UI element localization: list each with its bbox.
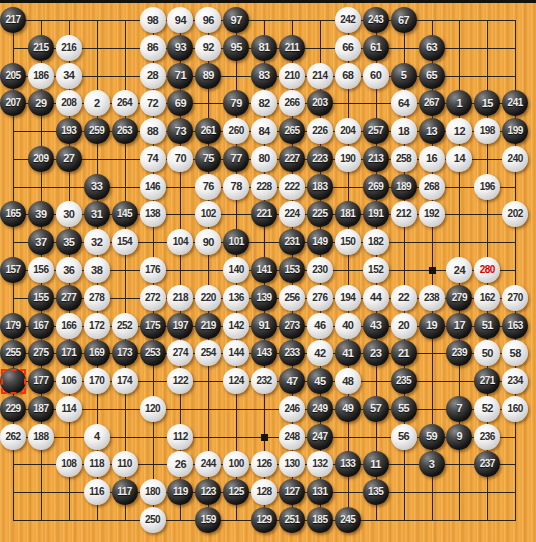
go-stone[interactable]: 76 [195,174,221,200]
go-stone[interactable]: 75 [195,146,221,172]
go-stone[interactable]: 22 [391,285,417,311]
go-stone[interactable]: 122 [167,368,193,394]
go-stone[interactable]: 274 [167,340,193,366]
go-stone[interactable]: 232 [251,368,277,394]
go-stone[interactable]: 204 [335,118,361,144]
move-number: 100 [229,459,244,469]
go-stone[interactable]: 116 [84,479,110,505]
go-stone[interactable]: 130 [279,451,305,477]
go-stone[interactable]: 141 [251,257,277,283]
move-number: 130 [284,459,299,469]
go-stone[interactable]: 83 [251,63,277,89]
go-stone[interactable]: 260 [223,118,249,144]
go-stone[interactable]: 138 [140,201,166,227]
go-stone[interactable]: 45 [307,368,333,394]
move-number: 11 [370,458,381,469]
go-stone[interactable]: 185 [307,507,333,533]
move-number: 79 [231,97,242,108]
go-stone[interactable]: 49 [335,396,361,422]
go-stone[interactable]: 74 [140,146,166,172]
go-stone[interactable]: 21 [391,340,417,366]
go-stone[interactable]: 96 [195,7,221,33]
go-stone[interactable]: 4 [84,424,110,450]
go-stone[interactable]: 32 [84,229,110,255]
go-stone[interactable]: 118 [84,451,110,477]
go-stone[interactable]: 127 [279,479,305,505]
go-stone[interactable]: 223 [307,146,333,172]
go-stone[interactable]: 112 [167,424,193,450]
go-stone[interactable]: 245 [335,507,361,533]
go-stone[interactable]: 125 [223,479,249,505]
go-stone[interactable]: 42 [307,340,333,366]
go-stone[interactable]: 153 [279,257,305,283]
go-stone[interactable]: 276 [307,285,333,311]
go-stone[interactable]: 41 [335,340,361,366]
go-stone[interactable]: 197 [167,313,193,339]
go-stone[interactable]: 139 [251,285,277,311]
move-number: 166 [61,320,76,330]
go-stone[interactable]: 167 [28,313,54,339]
move-number: 189 [396,181,411,191]
go-stone[interactable]: 81 [251,35,277,61]
go-stone[interactable]: 51 [474,313,500,339]
go-stone[interactable]: 235 [391,368,417,394]
go-stone[interactable]: 31 [84,201,110,227]
go-stone[interactable]: 247 [307,424,333,450]
go-stone[interactable]: 205 [0,63,26,89]
go-stone[interactable]: 14 [446,146,472,172]
move-number: 188 [33,431,48,441]
go-stone[interactable]: 194 [335,285,361,311]
move-number: 14 [454,153,465,164]
move-number: 106 [61,376,76,386]
go-stone[interactable]: 259 [84,118,110,144]
go-stone[interactable]: 98 [140,7,166,33]
go-stone[interactable]: 211 [279,35,305,61]
go-stone[interactable]: 176 [140,257,166,283]
go-stone[interactable]: 157 [0,257,26,283]
go-stone[interactable]: 252 [112,313,138,339]
go-stone[interactable]: 97 [223,7,249,33]
go-stone[interactable]: 20 [391,313,417,339]
go-stone[interactable]: 64 [391,90,417,116]
go-stone[interactable]: 73 [167,118,193,144]
go-stone[interactable]: 213 [363,146,389,172]
go-stone[interactable]: 145 [112,201,138,227]
go-stone[interactable]: 80 [251,146,277,172]
go-stone[interactable]: 248 [279,424,305,450]
go-stone[interactable]: 50 [474,340,500,366]
go-stone[interactable]: 255 [0,340,26,366]
go-stone[interactable]: 67 [391,7,417,33]
go-stone[interactable]: 104 [167,229,193,255]
go-stone[interactable]: 57 [363,396,389,422]
move-number: 63 [426,42,437,53]
go-stone[interactable]: 262 [0,424,26,450]
move-number: 174 [117,376,132,386]
go-stone[interactable]: 174 [112,368,138,394]
go-stone[interactable]: 93 [167,35,193,61]
go-stone[interactable]: 106 [56,368,82,394]
go-stone[interactable]: 269 [363,174,389,200]
go-stone[interactable]: 131 [307,479,333,505]
go-stone[interactable]: 69 [167,90,193,116]
go-stone[interactable]: 234 [502,368,528,394]
go-stone[interactable]: 36 [56,257,82,283]
go-stone[interactable]: 275 [28,340,54,366]
go-stone[interactable]: 257 [363,118,389,144]
go-stone[interactable]: 217 [0,7,26,33]
go-stone[interactable]: 237 [474,451,500,477]
go-stone[interactable]: 238 [419,285,445,311]
go-stone[interactable]: 278 [84,285,110,311]
move-number: 182 [368,237,383,247]
go-stone[interactable]: 267 [419,90,445,116]
go-stone[interactable]: 58 [502,340,528,366]
go-stone[interactable]: 171 [56,340,82,366]
go-stone[interactable]: 61 [363,35,389,61]
go-stone[interactable]: 253 [140,340,166,366]
go-stone[interactable]: 71 [167,63,193,89]
go-stone[interactable]: 47 [279,368,305,394]
move-number: 114 [61,403,76,413]
go-stone[interactable]: 199 [502,118,528,144]
go-stone[interactable]: 182 [363,229,389,255]
go-stone[interactable]: 186 [28,63,54,89]
go-stone[interactable]: 215 [28,35,54,61]
go-stone[interactable]: 119 [167,479,193,505]
go-stone[interactable]: 44 [363,285,389,311]
move-number: 92 [203,42,214,53]
go-stone[interactable]: 246 [279,396,305,422]
go-stone[interactable]: 12 [446,118,472,144]
go-stone[interactable]: 187 [28,396,54,422]
move-number: 193 [61,126,76,136]
go-stone[interactable]: 227 [279,146,305,172]
go-stone[interactable]: 188 [28,424,54,450]
go-stone[interactable]: 133 [335,451,361,477]
go-stone[interactable]: 48 [335,368,361,394]
go-stone[interactable]: 34 [56,63,82,89]
go-stone[interactable]: 128 [251,479,277,505]
go-stone[interactable]: 23 [363,340,389,366]
go-stone[interactable]: 129 [251,507,277,533]
go-stone[interactable]: 7 [446,396,472,422]
go-stone[interactable]: 117 [112,479,138,505]
move-number: 124 [229,376,244,386]
go-stone[interactable]: 155 [28,285,54,311]
move-number: 274 [173,348,188,358]
go-stone[interactable]: 166 [56,313,82,339]
go-stone[interactable]: 250 [140,507,166,533]
go-stone[interactable]: 28 [140,63,166,89]
go-stone[interactable]: 39 [28,201,54,227]
go-stone[interactable]: 123 [195,479,221,505]
go-stone[interactable]: 91 [251,313,277,339]
go-stone[interactable]: 172 [84,313,110,339]
go-stone[interactable]: 114 [56,396,82,422]
go-stone[interactable]: 230 [307,257,333,283]
go-stone[interactable]: 256 [279,285,305,311]
go-stone[interactable]: 273 [279,313,305,339]
go-stone[interactable]: 270 [502,285,528,311]
go-stone[interactable]: 279 [446,285,472,311]
go-stone[interactable]: 94 [167,7,193,33]
go-stone[interactable]: 196 [474,174,500,200]
move-number: 125 [229,487,244,497]
go-stone[interactable]: 90 [195,229,221,255]
go-stone[interactable]: 1 [446,90,472,116]
go-stone[interactable]: 144 [223,340,249,366]
go-stone[interactable]: 13 [419,118,445,144]
go-stone[interactable]: 236 [474,424,500,450]
move-number: 227 [284,153,299,163]
go-stone[interactable]: 149 [307,229,333,255]
go-stone[interactable]: 29 [28,90,54,116]
go-stone[interactable]: 100 [223,451,249,477]
move-number: 68 [342,70,353,81]
move-number: 77 [231,153,242,164]
go-stone[interactable]: 88 [140,118,166,144]
go-stone[interactable]: 192 [419,201,445,227]
go-stone[interactable]: 261 [195,118,221,144]
go-stone[interactable]: 18 [391,118,417,144]
move-number: 128 [257,487,272,497]
go-stone[interactable]: 79 [223,90,249,116]
go-stone[interactable]: 102 [195,201,221,227]
go-stone[interactable]: 33 [84,174,110,200]
go-stone[interactable]: 264 [112,90,138,116]
go-stone[interactable]: 216 [56,35,82,61]
go-stone[interactable]: 254 [195,340,221,366]
go-stone[interactable]: 43 [363,313,389,339]
go-stone[interactable]: 243 [363,7,389,33]
go-stone[interactable]: 183 [307,174,333,200]
go-stone[interactable]: 265 [279,118,305,144]
go-stone[interactable]: 198 [474,118,500,144]
go-stone[interactable]: 179 [0,313,26,339]
go-stone[interactable]: 66 [335,35,361,61]
move-number: 240 [508,153,523,163]
move-number: 172 [89,320,104,330]
go-stone[interactable]: 46 [307,313,333,339]
move-number: 271 [480,376,495,386]
go-stone[interactable]: 152 [363,257,389,283]
go-stone[interactable]: 140 [223,257,249,283]
go-stone[interactable]: 271 [474,368,500,394]
go-stone[interactable]: 177 [28,368,54,394]
go-stone[interactable]: 56 [391,424,417,450]
go-stone[interactable]: 173 [112,340,138,366]
go-stone[interactable]: 249 [307,396,333,422]
go-stone[interactable]: 24 [446,257,472,283]
move-number: 66 [342,42,353,53]
go-stone[interactable]: 225 [307,201,333,227]
go-stone[interactable]: 258 [391,146,417,172]
go-stone[interactable]: 142 [223,313,249,339]
go-stone[interactable]: 193 [56,118,82,144]
go-stone[interactable]: 231 [279,229,305,255]
move-number: 43 [370,320,381,331]
move-number: 64 [398,97,409,108]
go-stone[interactable]: 280 [474,257,500,283]
go-stone[interactable]: 244 [195,451,221,477]
go-stone[interactable]: 2 [84,90,110,116]
go-stone[interactable]: 175 [140,313,166,339]
go-stone[interactable]: 101 [223,229,249,255]
go-stone[interactable]: 60 [363,63,389,89]
move-number: 273 [284,320,299,330]
go-stone[interactable]: 241 [502,90,528,116]
go-stone[interactable]: 136 [223,285,249,311]
go-stone[interactable]: 266 [279,90,305,116]
move-number: 1 [457,97,463,108]
go-stone[interactable]: 17 [446,313,472,339]
move-number: 35 [63,236,74,247]
move-number: 34 [63,70,74,81]
go-stone[interactable]: 190 [335,146,361,172]
go-stone[interactable]: 180 [140,479,166,505]
go-stone[interactable]: 124 [223,368,249,394]
move-number: 149 [312,237,327,247]
go-stone[interactable]: 228 [251,174,277,200]
move-number: 78 [231,181,242,192]
go-stone[interactable]: 150 [335,229,361,255]
go-stone[interactable]: 89 [195,63,221,89]
go-stone[interactable]: 242 [335,7,361,33]
go-stone[interactable]: 5 [391,63,417,89]
go-stone[interactable]: 251 [279,507,305,533]
move-number: 171 [61,348,76,358]
go-stone[interactable]: 212 [391,201,417,227]
go-stone[interactable]: 202 [502,201,528,227]
go-stone[interactable]: 52 [474,396,500,422]
go-stone[interactable]: 226 [307,118,333,144]
go-stone[interactable]: 165 [0,201,26,227]
move-number: 250 [145,515,160,525]
go-stone[interactable]: 218 [167,285,193,311]
go-stone[interactable]: 59 [419,424,445,450]
go-stone[interactable]: 220 [195,285,221,311]
go-stone[interactable]: 77 [223,146,249,172]
go-stone[interactable]: 222 [279,174,305,200]
go-stone[interactable]: 110 [112,451,138,477]
go-stone[interactable]: 240 [502,146,528,172]
go-stone[interactable]: 163 [502,313,528,339]
move-number: 20 [398,320,409,331]
go-stone[interactable]: 86 [140,35,166,61]
go-stone[interactable]: 135 [363,479,389,505]
move-number: 15 [482,97,493,108]
go-stone[interactable]: 154 [112,229,138,255]
go-stone[interactable]: 191 [363,201,389,227]
move-number: 269 [368,181,383,191]
move-number: 94 [175,14,186,25]
go-stone[interactable]: 40 [335,313,361,339]
move-number: 207 [5,98,20,108]
go-stone[interactable]: 95 [223,35,249,61]
go-stone[interactable]: 146 [140,174,166,200]
go-stone[interactable]: 35 [56,229,82,255]
go-stone[interactable]: 219 [195,313,221,339]
go-stone[interactable]: 160 [502,396,528,422]
go-stone[interactable]: 120 [140,396,166,422]
go-stone[interactable]: 68 [335,63,361,89]
go-stone[interactable]: 229 [0,396,26,422]
go-stone[interactable]: 268 [419,174,445,200]
go-stone[interactable]: 38 [84,257,110,283]
go-stone[interactable]: 70 [167,146,193,172]
go-stone[interactable]: 63 [419,35,445,61]
go-stone[interactable]: 19 [419,313,445,339]
move-number: 44 [370,292,381,303]
go-stone[interactable]: 169 [84,340,110,366]
go-stone[interactable]: 16 [419,146,445,172]
go-stone[interactable]: 15 [474,90,500,116]
go-stone[interactable]: 92 [195,35,221,61]
go-stone[interactable]: 108 [56,451,82,477]
go-stone[interactable]: 203 [307,90,333,116]
go-stone[interactable]: 143 [251,340,277,366]
go-stone[interactable]: 84 [251,118,277,144]
go-stone[interactable]: 207 [0,90,26,116]
move-number: 248 [284,431,299,441]
go-stone[interactable]: 156 [28,257,54,283]
go-stone[interactable]: 82 [251,90,277,116]
go-stone[interactable]: 3 [419,451,445,477]
go-stone[interactable]: 170 [84,368,110,394]
go-stone[interactable]: 126 [251,451,277,477]
go-stone[interactable]: 72 [140,90,166,116]
go-stone[interactable]: 11 [363,451,389,477]
go-stone[interactable]: 209 [28,146,54,172]
move-number: 222 [284,181,299,191]
move-number: 165 [5,209,20,219]
go-stone[interactable]: 162 [474,285,500,311]
move-number: 264 [117,98,132,108]
go-stone[interactable]: 9 [446,424,472,450]
go-stone[interactable]: 208 [56,90,82,116]
go-stone[interactable]: 221 [251,201,277,227]
go-stone[interactable]: 272 [140,285,166,311]
go-stone[interactable]: 214 [307,63,333,89]
move-number: 204 [340,126,355,136]
move-number: 197 [173,320,188,330]
move-number: 211 [285,42,300,52]
go-stone[interactable]: 210 [279,63,305,89]
go-stone[interactable]: 159 [195,507,221,533]
go-stone[interactable]: 239 [446,340,472,366]
go-stone[interactable]: 65 [419,63,445,89]
go-stone[interactable]: 181 [335,201,361,227]
go-stone[interactable]: 37 [28,229,54,255]
go-stone[interactable]: 55 [391,396,417,422]
go-stone[interactable]: 189 [391,174,417,200]
go-stone[interactable]: 27 [56,146,82,172]
go-stone[interactable]: 26 [167,451,193,477]
move-number: 96 [203,14,214,25]
go-stone[interactable]: 30 [56,201,82,227]
go-stone[interactable]: 277 [56,285,82,311]
move-number: 179 [5,320,20,330]
go-stone[interactable]: 132 [307,451,333,477]
go-stone[interactable]: 78 [223,174,249,200]
move-number: 47 [286,375,297,386]
go-stone[interactable]: 224 [279,201,305,227]
go-stone[interactable]: 233 [279,340,305,366]
move-number: 152 [368,265,383,275]
go-stone[interactable]: 263 [112,118,138,144]
